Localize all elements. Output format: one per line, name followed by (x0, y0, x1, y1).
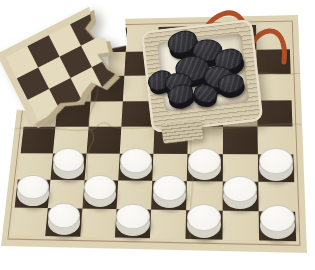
white-man-d8[interactable] (116, 204, 149, 237)
square-g5[interactable] (222, 127, 257, 154)
square-h1[interactable] (256, 24, 290, 49)
black-man-tray-10[interactable] (216, 71, 246, 99)
white-man-c7[interactable] (84, 175, 116, 207)
white-man-a7[interactable] (17, 175, 49, 206)
piece-tray[interactable] (141, 19, 264, 133)
white-man-top (188, 148, 221, 174)
white-man-f8[interactable] (187, 204, 221, 238)
white-man-b8[interactable] (48, 203, 80, 235)
white-man-h6[interactable] (259, 148, 293, 181)
square-a8[interactable] (12, 207, 49, 236)
square-c5[interactable] (86, 127, 121, 154)
white-man-top (17, 175, 49, 200)
white-man-top (260, 205, 295, 232)
white-man-b6[interactable] (53, 148, 85, 179)
square-h2[interactable] (256, 49, 291, 75)
white-man-top (187, 204, 221, 231)
white-man-d6[interactable] (120, 148, 152, 180)
white-man-top (153, 175, 186, 201)
square-a5[interactable] (21, 127, 56, 153)
white-man-top (120, 148, 152, 173)
square-h3[interactable] (257, 74, 292, 100)
scene (0, 0, 315, 270)
square-e8[interactable] (150, 209, 186, 239)
white-man-g7[interactable] (223, 176, 257, 210)
white-man-top (259, 148, 293, 175)
square-c8[interactable] (80, 208, 117, 237)
square-c4[interactable] (88, 101, 122, 127)
white-man-top (116, 204, 149, 230)
white-man-h8[interactable] (260, 205, 295, 240)
square-g8[interactable] (222, 210, 259, 240)
white-man-e7[interactable] (153, 175, 186, 208)
white-man-top (48, 203, 80, 228)
white-man-f6[interactable] (188, 148, 221, 181)
